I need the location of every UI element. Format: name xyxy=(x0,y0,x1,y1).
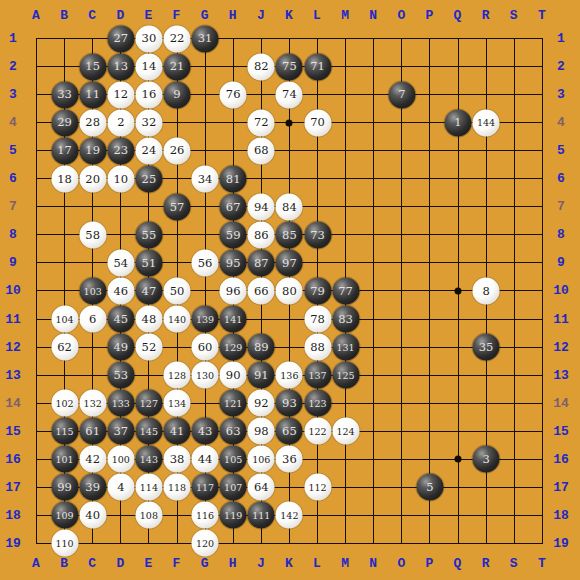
stone-black-13-D2: 13 xyxy=(107,53,134,80)
stone-white-52-E12: 52 xyxy=(135,334,162,361)
row-label-left-15: 15 xyxy=(5,423,21,438)
col-label-top-G: G xyxy=(201,8,209,23)
col-label-bottom-G: G xyxy=(201,556,209,571)
stone-white-2-D4: 2 xyxy=(107,109,134,136)
stone-white-110-B19: 110 xyxy=(51,530,78,557)
col-label-bottom-O: O xyxy=(397,556,405,571)
stone-black-55-E8: 55 xyxy=(135,221,162,248)
stone-white-64-J17: 64 xyxy=(248,474,275,501)
row-label-left-14: 14 xyxy=(5,395,21,410)
row-label-right-13: 13 xyxy=(553,367,569,382)
stone-white-82-J2: 82 xyxy=(248,53,275,80)
col-label-bottom-F: F xyxy=(173,556,181,571)
row-label-right-14: 14 xyxy=(553,395,569,410)
stone-black-21-F2: 21 xyxy=(164,53,191,80)
col-label-bottom-N: N xyxy=(369,556,377,571)
grid-line-col-N xyxy=(373,38,374,544)
stone-white-84-K7: 84 xyxy=(276,193,303,220)
col-label-top-M: M xyxy=(341,8,349,23)
col-label-top-F: F xyxy=(173,8,181,23)
stone-black-93-K14: 93 xyxy=(276,390,303,417)
row-label-right-6: 6 xyxy=(557,171,565,186)
stone-black-59-H8: 59 xyxy=(220,221,247,248)
stone-black-71-L2: 71 xyxy=(304,53,331,80)
stone-white-94-J7: 94 xyxy=(248,193,275,220)
stone-white-124-M15: 124 xyxy=(332,418,359,445)
row-label-right-18: 18 xyxy=(553,507,569,522)
stone-white-104-B11: 104 xyxy=(51,306,78,333)
stone-white-54-D9: 54 xyxy=(107,249,134,276)
row-label-left-16: 16 xyxy=(5,451,21,466)
col-label-bottom-B: B xyxy=(60,556,68,571)
row-label-right-11: 11 xyxy=(553,311,569,326)
stone-black-101-B16: 101 xyxy=(51,446,78,473)
col-label-bottom-L: L xyxy=(313,556,321,571)
stone-white-136-K13: 136 xyxy=(276,362,303,389)
stone-black-79-L10: 79 xyxy=(304,277,331,304)
stone-black-131-M12: 131 xyxy=(332,334,359,361)
stone-white-134-F14: 134 xyxy=(164,390,191,417)
row-label-left-13: 13 xyxy=(5,367,21,382)
stone-black-39-C17: 39 xyxy=(79,474,106,501)
stone-black-25-E6: 25 xyxy=(135,165,162,192)
col-label-top-B: B xyxy=(60,8,68,23)
stone-white-46-D10: 46 xyxy=(107,277,134,304)
stone-white-60-G12: 60 xyxy=(192,334,219,361)
stone-black-109-B18: 109 xyxy=(51,502,78,529)
stone-white-22-F1: 22 xyxy=(164,25,191,52)
stone-white-36-K16: 36 xyxy=(276,446,303,473)
col-label-top-P: P xyxy=(425,8,433,23)
col-label-bottom-C: C xyxy=(88,556,96,571)
stone-white-132-C14: 132 xyxy=(79,390,106,417)
stone-white-20-C6: 20 xyxy=(79,165,106,192)
stone-white-102-B14: 102 xyxy=(51,390,78,417)
stone-black-35-R12: 35 xyxy=(473,334,500,361)
stone-white-66-J10: 66 xyxy=(248,277,275,304)
stone-white-100-D16: 100 xyxy=(107,446,134,473)
col-label-bottom-E: E xyxy=(144,556,152,571)
col-label-bottom-Q: Q xyxy=(454,556,462,571)
row-label-right-19: 19 xyxy=(553,535,569,550)
row-label-right-5: 5 xyxy=(557,143,565,158)
row-label-left-1: 1 xyxy=(9,31,17,46)
col-label-bottom-J: J xyxy=(257,556,265,571)
stone-black-65-K15: 65 xyxy=(276,418,303,445)
stone-black-143-E16: 143 xyxy=(135,446,162,473)
stone-white-106-J16: 106 xyxy=(248,446,275,473)
stone-white-118-F17: 118 xyxy=(164,474,191,501)
stone-black-89-J12: 89 xyxy=(248,334,275,361)
stone-black-5-P17: 5 xyxy=(416,474,443,501)
row-label-left-19: 19 xyxy=(5,535,21,550)
stone-black-115-B15: 115 xyxy=(51,418,78,445)
stone-black-97-K9: 97 xyxy=(276,249,303,276)
stone-white-86-J8: 86 xyxy=(248,221,275,248)
stone-black-129-H12: 129 xyxy=(220,334,247,361)
grid-line-col-O xyxy=(401,38,402,544)
stone-white-38-F16: 38 xyxy=(164,446,191,473)
row-label-left-5: 5 xyxy=(9,143,17,158)
col-label-bottom-M: M xyxy=(341,556,349,571)
row-label-right-3: 3 xyxy=(557,87,565,102)
stone-white-12-D3: 12 xyxy=(107,81,134,108)
grid-line-col-S xyxy=(514,38,515,544)
row-label-right-16: 16 xyxy=(553,451,569,466)
stone-black-137-L13: 137 xyxy=(304,362,331,389)
stone-black-45-D11: 45 xyxy=(107,306,134,333)
stone-white-90-H13: 90 xyxy=(220,362,247,389)
col-label-bottom-H: H xyxy=(229,556,237,571)
col-label-bottom-S: S xyxy=(510,556,518,571)
row-label-left-17: 17 xyxy=(5,479,21,494)
stone-black-17-B5: 17 xyxy=(51,137,78,164)
stone-black-81-H6: 81 xyxy=(220,165,247,192)
stone-white-80-K10: 80 xyxy=(276,277,303,304)
stone-white-4-D17: 4 xyxy=(107,474,134,501)
row-label-left-9: 9 xyxy=(9,255,17,270)
col-label-top-O: O xyxy=(397,8,405,23)
stone-black-43-G15: 43 xyxy=(192,418,219,445)
stone-black-91-J13: 91 xyxy=(248,362,275,389)
stone-white-96-H10: 96 xyxy=(220,277,247,304)
stone-black-139-G11: 139 xyxy=(192,306,219,333)
row-label-left-7: 7 xyxy=(9,199,17,214)
col-label-top-E: E xyxy=(144,8,152,23)
stone-white-48-E11: 48 xyxy=(135,306,162,333)
stone-black-49-D12: 49 xyxy=(107,334,134,361)
grid-line-col-P xyxy=(429,38,430,544)
col-label-bottom-R: R xyxy=(482,556,490,571)
col-label-top-Q: Q xyxy=(454,8,462,23)
stone-white-50-F10: 50 xyxy=(164,277,191,304)
stone-black-121-H14: 121 xyxy=(220,390,247,417)
stone-black-29-B4: 29 xyxy=(51,109,78,136)
stone-black-145-E15: 145 xyxy=(135,418,162,445)
row-label-left-4: 4 xyxy=(9,115,17,130)
stone-black-53-D13: 53 xyxy=(107,362,134,389)
stone-white-30-E1: 30 xyxy=(135,25,162,52)
star-point-K4 xyxy=(286,119,293,126)
stone-white-108-E18: 108 xyxy=(135,502,162,529)
stone-white-128-F13: 128 xyxy=(164,362,191,389)
stone-white-98-J15: 98 xyxy=(248,418,275,445)
stone-black-107-H17: 107 xyxy=(220,474,247,501)
stone-white-130-G13: 130 xyxy=(192,362,219,389)
stone-black-57-F7: 57 xyxy=(164,193,191,220)
stone-black-111-J18: 111 xyxy=(248,502,275,529)
stone-black-63-H15: 63 xyxy=(220,418,247,445)
stone-white-112-L17: 112 xyxy=(304,474,331,501)
stone-white-58-C8: 58 xyxy=(79,221,106,248)
stone-white-28-C4: 28 xyxy=(79,109,106,136)
stone-white-44-G16: 44 xyxy=(192,446,219,473)
stone-white-72-J4: 72 xyxy=(248,109,275,136)
row-label-left-3: 3 xyxy=(9,87,17,102)
stone-white-40-C18: 40 xyxy=(79,502,106,529)
stone-white-18-B6: 18 xyxy=(51,165,78,192)
row-label-right-12: 12 xyxy=(553,339,569,354)
stone-black-1-Q4: 1 xyxy=(445,109,472,136)
grid-line-col-T xyxy=(542,38,543,544)
stone-black-125-M13: 125 xyxy=(332,362,359,389)
stone-black-9-F3: 9 xyxy=(164,81,191,108)
grid-line-row-19 xyxy=(36,543,543,544)
stone-black-77-M10: 77 xyxy=(332,277,359,304)
row-label-right-9: 9 xyxy=(557,255,565,270)
stone-white-140-F11: 140 xyxy=(164,306,191,333)
stone-black-33-B3: 33 xyxy=(51,81,78,108)
stone-white-144-R4: 144 xyxy=(473,109,500,136)
col-label-top-D: D xyxy=(116,8,124,23)
stone-black-37-D15: 37 xyxy=(107,418,134,445)
stone-white-120-G19: 120 xyxy=(192,530,219,557)
stone-black-119-H18: 119 xyxy=(220,502,247,529)
col-label-top-A: A xyxy=(32,8,40,23)
row-label-right-2: 2 xyxy=(557,59,565,74)
stone-black-11-C3: 11 xyxy=(79,81,106,108)
stone-black-15-C2: 15 xyxy=(79,53,106,80)
stone-black-31-G1: 31 xyxy=(192,25,219,52)
col-label-top-C: C xyxy=(88,8,96,23)
stone-white-26-F5: 26 xyxy=(164,137,191,164)
stone-black-47-E10: 47 xyxy=(135,277,162,304)
go-board[interactable]: AABBCCDDEEFFGGHHJJKKLLMMNNOOPPQQRRSSTT11… xyxy=(0,0,580,580)
row-label-left-11: 11 xyxy=(5,311,21,326)
stone-black-123-L14: 123 xyxy=(304,390,331,417)
stone-black-67-H7: 67 xyxy=(220,193,247,220)
stone-white-16-E3: 16 xyxy=(135,81,162,108)
stone-white-116-G18: 116 xyxy=(192,502,219,529)
stone-black-41-F15: 41 xyxy=(164,418,191,445)
col-label-top-R: R xyxy=(482,8,490,23)
stone-black-117-G17: 117 xyxy=(192,474,219,501)
stone-white-42-C16: 42 xyxy=(79,446,106,473)
stone-black-141-H11: 141 xyxy=(220,306,247,333)
stone-black-85-K8: 85 xyxy=(276,221,303,248)
row-label-left-10: 10 xyxy=(5,283,21,298)
stone-black-75-K2: 75 xyxy=(276,53,303,80)
stone-black-83-M11: 83 xyxy=(332,306,359,333)
stone-white-88-L12: 88 xyxy=(304,334,331,361)
row-label-right-8: 8 xyxy=(557,227,565,242)
stone-white-24-E5: 24 xyxy=(135,137,162,164)
stone-black-133-D14: 133 xyxy=(107,390,134,417)
stone-white-92-J14: 92 xyxy=(248,390,275,417)
stone-black-61-C15: 61 xyxy=(79,418,106,445)
stone-black-127-E14: 127 xyxy=(135,390,162,417)
stone-black-99-B17: 99 xyxy=(51,474,78,501)
col-label-top-H: H xyxy=(229,8,237,23)
stone-white-32-E4: 32 xyxy=(135,109,162,136)
stone-white-6-C11: 6 xyxy=(79,306,106,333)
row-label-right-15: 15 xyxy=(553,423,569,438)
star-point-Q10 xyxy=(455,287,462,294)
stone-black-73-L8: 73 xyxy=(304,221,331,248)
stone-white-10-D6: 10 xyxy=(107,165,134,192)
col-label-top-K: K xyxy=(285,8,293,23)
stone-black-27-D1: 27 xyxy=(107,25,134,52)
stone-white-62-B12: 62 xyxy=(51,334,78,361)
stone-white-14-E2: 14 xyxy=(135,53,162,80)
row-label-left-8: 8 xyxy=(9,227,17,242)
row-label-right-1: 1 xyxy=(557,31,565,46)
star-point-Q16 xyxy=(455,456,462,463)
stone-black-87-J9: 87 xyxy=(248,249,275,276)
stone-white-74-K3: 74 xyxy=(276,81,303,108)
stone-black-23-D5: 23 xyxy=(107,137,134,164)
col-label-top-T: T xyxy=(538,8,546,23)
stone-black-19-C5: 19 xyxy=(79,137,106,164)
col-label-top-J: J xyxy=(257,8,265,23)
col-label-bottom-T: T xyxy=(538,556,546,571)
row-label-right-4: 4 xyxy=(557,115,565,130)
stone-black-3-R16: 3 xyxy=(473,446,500,473)
row-label-left-12: 12 xyxy=(5,339,21,354)
stone-white-68-J5: 68 xyxy=(248,137,275,164)
stone-black-95-H9: 95 xyxy=(220,249,247,276)
stone-white-34-G6: 34 xyxy=(192,165,219,192)
stone-white-8-R10: 8 xyxy=(473,277,500,304)
stone-black-51-E9: 51 xyxy=(135,249,162,276)
stone-white-114-E17: 114 xyxy=(135,474,162,501)
col-label-bottom-A: A xyxy=(32,556,40,571)
col-label-bottom-K: K xyxy=(285,556,293,571)
stone-black-7-O3: 7 xyxy=(388,81,415,108)
stone-white-122-L15: 122 xyxy=(304,418,331,445)
row-label-left-18: 18 xyxy=(5,507,21,522)
row-label-left-2: 2 xyxy=(9,59,17,74)
col-label-top-L: L xyxy=(313,8,321,23)
stone-white-76-H3: 76 xyxy=(220,81,247,108)
stone-white-56-G9: 56 xyxy=(192,249,219,276)
col-label-top-S: S xyxy=(510,8,518,23)
row-label-left-6: 6 xyxy=(9,171,17,186)
stone-white-142-K18: 142 xyxy=(276,502,303,529)
col-label-bottom-D: D xyxy=(116,556,124,571)
stone-white-78-L11: 78 xyxy=(304,306,331,333)
stone-black-105-H16: 105 xyxy=(220,446,247,473)
row-label-right-17: 17 xyxy=(553,479,569,494)
row-label-right-10: 10 xyxy=(553,283,569,298)
row-label-right-7: 7 xyxy=(557,199,565,214)
stone-black-103-C10: 103 xyxy=(79,277,106,304)
stone-white-70-L4: 70 xyxy=(304,109,331,136)
col-label-bottom-P: P xyxy=(425,556,433,571)
col-label-top-N: N xyxy=(369,8,377,23)
